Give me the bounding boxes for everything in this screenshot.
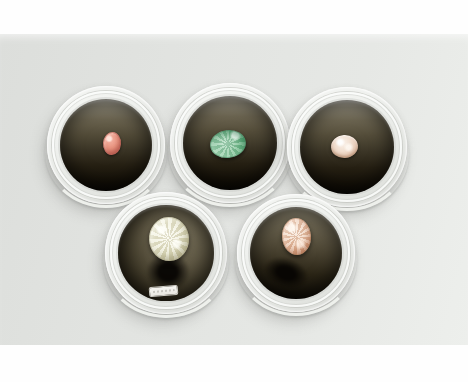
gem-green xyxy=(208,128,248,161)
case-sticker xyxy=(149,285,179,297)
gemstone-photo xyxy=(0,0,468,382)
gem-peach xyxy=(281,217,313,256)
gem-case-top-center xyxy=(170,83,290,203)
gem-pale-yellow xyxy=(148,216,190,262)
gem-reflection-shadow xyxy=(259,252,312,295)
jar-pad xyxy=(250,207,342,299)
gem-case-top-left xyxy=(47,86,165,204)
gem-pale-peach xyxy=(330,134,359,159)
jar-pad xyxy=(300,100,394,194)
jar-pad xyxy=(183,96,277,190)
gem-salmon-pink xyxy=(102,131,122,155)
gem-case-top-right xyxy=(287,87,407,207)
gem-case-bottom-left xyxy=(105,192,227,314)
gem-case-bottom-right xyxy=(237,194,355,312)
jar-pad xyxy=(60,99,152,191)
